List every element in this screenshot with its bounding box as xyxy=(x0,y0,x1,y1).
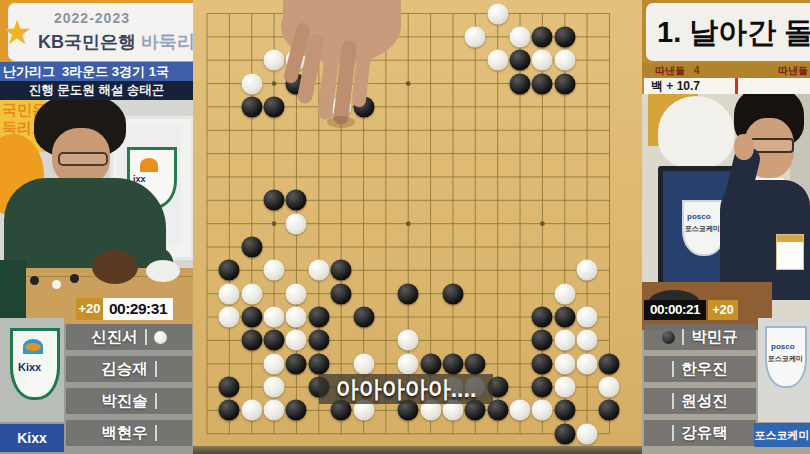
white-stone xyxy=(554,50,575,71)
player-hand xyxy=(241,0,411,135)
staff-bar: 진행 문도원 해설 송태곤 xyxy=(0,81,193,100)
shield-swoosh-orange xyxy=(25,343,41,351)
name-divider xyxy=(145,329,147,345)
posco-team-card: posco 포스코케미 xyxy=(758,318,810,422)
black-stone xyxy=(510,73,531,94)
league-header-card: ★ 2022-2023 KB국민은행 바둑리그 xyxy=(8,3,193,61)
studio-arch-panel xyxy=(658,96,734,168)
black-stone xyxy=(308,353,329,374)
black-stone xyxy=(219,260,240,281)
player-glasses xyxy=(58,152,108,166)
black-stone xyxy=(532,307,553,328)
round-info-bar: 난가리그 3라운드 3경기 1국 xyxy=(0,62,193,81)
white-stone xyxy=(554,283,575,304)
black-stone xyxy=(554,400,575,421)
black-stone xyxy=(398,283,419,304)
go-board: 아아아아아.... xyxy=(193,0,642,454)
white-stone xyxy=(264,260,285,281)
black-stone xyxy=(465,353,486,374)
player-name: 백현우 xyxy=(101,423,148,444)
black-stone xyxy=(532,330,553,351)
name-badge xyxy=(776,234,804,270)
player-name: 김승재 xyxy=(101,359,148,380)
black-stone xyxy=(308,330,329,351)
black-stone xyxy=(241,307,262,328)
white-stone xyxy=(532,400,553,421)
captured-stones-bar: 따낸돌 4 따낸돌 xyxy=(642,63,810,78)
name-divider xyxy=(672,361,674,377)
black-stone xyxy=(241,237,262,258)
round-label: 3라운드 3경기 1국 xyxy=(62,62,169,81)
white-stone xyxy=(219,283,240,304)
league-brand: KB국민은행 xyxy=(38,32,136,52)
shield-swoosh xyxy=(140,158,158,172)
black-stone xyxy=(219,377,240,398)
white-stone xyxy=(398,353,419,374)
black-stone xyxy=(286,400,307,421)
black-stone xyxy=(532,377,553,398)
name-divider xyxy=(672,393,674,409)
black-stone xyxy=(286,190,307,211)
white-stone xyxy=(510,26,531,47)
black-stone xyxy=(241,330,262,351)
player-name: 박민규 xyxy=(691,327,738,348)
player-name: 원성진 xyxy=(681,391,728,412)
posco-shield-logo: posco 포스코케미 xyxy=(765,326,807,388)
black-stone xyxy=(331,283,352,304)
white-stone xyxy=(577,423,598,444)
black-stone xyxy=(286,353,307,374)
game-clock-right: 00:00:21 xyxy=(644,300,706,320)
player-hand-on-face xyxy=(734,134,754,160)
white-stone xyxy=(554,353,575,374)
go-bowl-lid xyxy=(146,260,180,282)
right-team-panel: 1. 날아간 돌 따낸돌 4 따낸돌 백 + 10.7 posco 포스코케미 xyxy=(642,0,810,454)
black-stone xyxy=(532,26,553,47)
white-stone xyxy=(286,307,307,328)
name-divider xyxy=(682,329,684,345)
board-bottom-shadow xyxy=(193,446,642,454)
go-bowl-wood xyxy=(92,250,138,284)
posco-shield-text: posco xyxy=(771,342,795,351)
white-stone xyxy=(286,283,307,304)
player-row-shin-jinseo: 신진서 xyxy=(66,324,192,350)
shield-text-2: 포스코케미 xyxy=(685,224,720,234)
black-stone-indicator-icon xyxy=(662,331,675,344)
name-divider xyxy=(155,393,157,409)
white-stone xyxy=(219,307,240,328)
white-stone xyxy=(532,50,553,71)
black-stone xyxy=(599,400,620,421)
kixx-shield-text: Kixx xyxy=(18,361,41,373)
white-stone xyxy=(465,26,486,47)
white-stone xyxy=(577,330,598,351)
left-team-panel: ★ 2022-2023 KB국민은행 바둑리그 난가리그 3라운드 3경기 1국… xyxy=(0,0,193,454)
table-cloth xyxy=(0,260,26,324)
black-stone xyxy=(532,73,553,94)
kb-star-logo-icon: ★ xyxy=(2,13,32,51)
white-stone xyxy=(599,377,620,398)
league-short-label: 난가리그 xyxy=(3,62,55,81)
score-estimate-value: 백 + 10.7 xyxy=(651,78,700,94)
white-stone xyxy=(241,400,262,421)
black-stone xyxy=(554,423,575,444)
player-name: 강유택 xyxy=(681,423,728,444)
white-stone xyxy=(264,353,285,374)
player-row-park-mingyu: 박민규 xyxy=(644,324,756,350)
player-name: 신진서 xyxy=(91,327,138,348)
player-row-baek-hyunwoo: 백현우 xyxy=(66,420,192,446)
black-stone xyxy=(219,400,240,421)
white-stone xyxy=(577,307,598,328)
broadcast-caption: 아아아아아.... xyxy=(319,374,493,404)
white-stone xyxy=(554,330,575,351)
kixx-team-bar: Kixx xyxy=(0,424,64,452)
league-title: KB국민은행 바둑리그 xyxy=(38,30,193,54)
name-divider xyxy=(155,361,157,377)
white-stone xyxy=(487,3,508,24)
season-label: 2022-2023 xyxy=(54,10,130,26)
white-stone xyxy=(487,50,508,71)
white-stone xyxy=(398,330,419,351)
white-stone xyxy=(577,260,598,281)
player-row-kim-seungjae: 김승재 xyxy=(66,356,192,382)
black-stone xyxy=(353,307,374,328)
black-stone xyxy=(442,353,463,374)
player-row-kang-yutaek: 강유택 xyxy=(644,420,756,446)
kixx-shield-logo: Kixx xyxy=(10,328,60,400)
white-stone xyxy=(286,213,307,234)
white-stone-indicator-icon xyxy=(154,331,167,344)
white-stone xyxy=(264,377,285,398)
white-stone xyxy=(510,400,531,421)
captured-label-right: 따낸돌 xyxy=(778,63,808,78)
black-stone xyxy=(442,283,463,304)
byoyomi-badge-right: +20 xyxy=(708,300,738,320)
league-suffix: 바둑리그 xyxy=(136,32,193,52)
byoyomi-badge-left: +20 xyxy=(76,298,103,320)
desk-stone xyxy=(52,280,61,289)
black-stone xyxy=(420,353,441,374)
black-stone xyxy=(510,50,531,71)
white-stone xyxy=(264,307,285,328)
white-stone xyxy=(286,330,307,351)
desk-stone xyxy=(30,276,39,285)
name-divider xyxy=(155,425,157,441)
desk-stone xyxy=(70,274,79,283)
broadcast-frame: 아아아아아.... ★ 2022-2023 KB국민은행 바둑리그 난가리그 3… xyxy=(0,0,810,454)
player-row-won-seongjin: 원성진 xyxy=(644,388,756,414)
captured-count: 4 xyxy=(694,63,700,78)
kixx-team-card: Kixx xyxy=(0,318,64,422)
player-name: 한우진 xyxy=(681,359,728,380)
black-stone xyxy=(308,307,329,328)
black-stone xyxy=(264,190,285,211)
white-stone xyxy=(554,377,575,398)
player-name: 박진솔 xyxy=(101,391,148,412)
white-stone xyxy=(577,353,598,374)
black-stone xyxy=(532,353,553,374)
black-stone xyxy=(554,307,575,328)
white-stone xyxy=(264,400,285,421)
black-stone xyxy=(264,330,285,351)
score-bar-divider xyxy=(735,78,738,94)
captured-label-left: 따낸돌 xyxy=(655,63,685,78)
player-row-park-jinsol: 박진솔 xyxy=(66,388,192,414)
posco-shield-text-2: 포스코케미 xyxy=(768,354,803,364)
black-stone xyxy=(554,73,575,94)
white-stone xyxy=(353,353,374,374)
white-stone xyxy=(308,260,329,281)
game-clock-left: 00:29:31 xyxy=(103,298,173,320)
white-stone xyxy=(241,283,262,304)
score-estimate-bar: 백 + 10.7 xyxy=(644,78,810,94)
black-stone xyxy=(554,26,575,47)
black-stone xyxy=(599,353,620,374)
black-stone xyxy=(331,260,352,281)
player-row-han-woojin: 한우진 xyxy=(644,356,756,382)
name-divider xyxy=(672,425,674,441)
shield-text: posco xyxy=(687,212,711,221)
posco-team-bar: 포스코케미 xyxy=(754,423,810,447)
segment-title-card: 1. 날아간 돌 xyxy=(646,3,810,61)
